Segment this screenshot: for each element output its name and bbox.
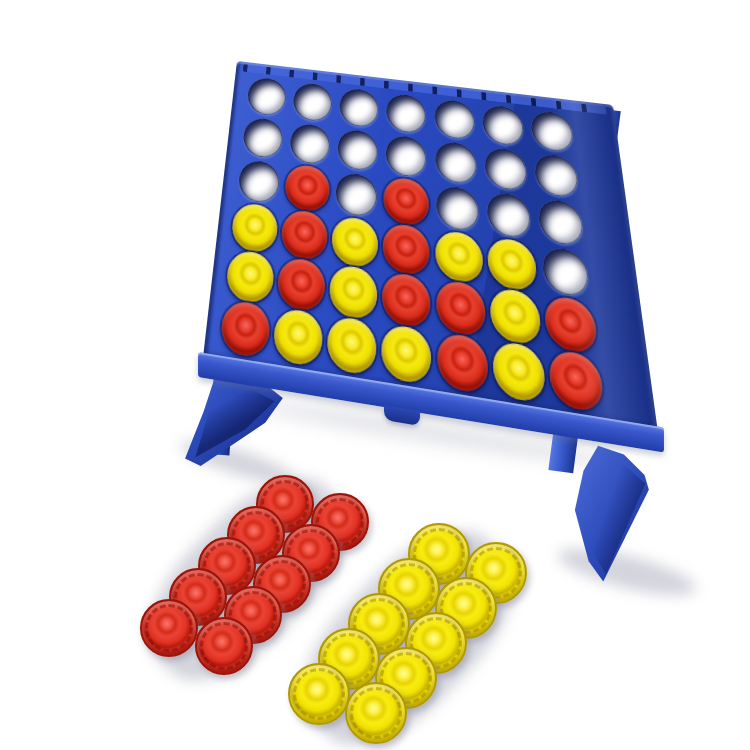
connect-four-product-photo	[0, 0, 750, 750]
yellow-tray-disc[interactable]	[345, 682, 407, 744]
yellow-disc-tray	[0, 0, 750, 750]
yellow-tray-disc[interactable]	[288, 663, 350, 725]
